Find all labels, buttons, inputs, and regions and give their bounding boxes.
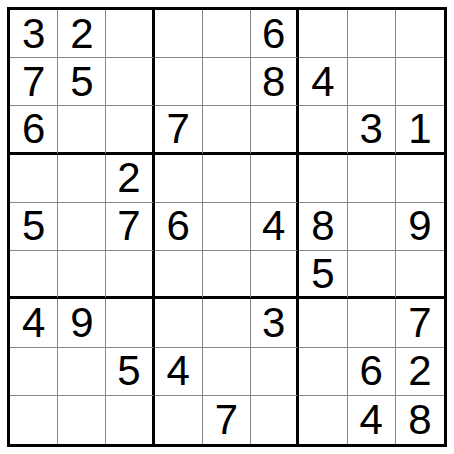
cell-r3c9-given[interactable]: 1 <box>396 106 444 154</box>
cell-r8c2-empty[interactable] <box>58 348 106 396</box>
cell-r7c9-given[interactable]: 7 <box>396 299 444 347</box>
cell-r6c3-empty[interactable] <box>106 251 154 299</box>
cell-r2c3-empty[interactable] <box>106 58 154 106</box>
cell-r8c7-empty[interactable] <box>299 348 347 396</box>
cell-r8c9-given[interactable]: 2 <box>396 348 444 396</box>
cell-r2c5-empty[interactable] <box>203 58 251 106</box>
cell-r7c3-empty[interactable] <box>106 299 154 347</box>
cell-r3c3-empty[interactable] <box>106 106 154 154</box>
cell-r1c8-empty[interactable] <box>348 10 396 58</box>
cell-r5c1-given[interactable]: 5 <box>10 203 58 251</box>
cell-r9c3-empty[interactable] <box>106 396 154 444</box>
cell-r2c8-empty[interactable] <box>348 58 396 106</box>
cell-r5c8-empty[interactable] <box>348 203 396 251</box>
cell-r6c4-empty[interactable] <box>155 251 203 299</box>
cell-r6c9-empty[interactable] <box>396 251 444 299</box>
cell-r1c3-empty[interactable] <box>106 10 154 58</box>
cell-r2c7-given[interactable]: 4 <box>299 58 347 106</box>
cell-r9c4-empty[interactable] <box>155 396 203 444</box>
cell-r3c6-empty[interactable] <box>251 106 299 154</box>
cell-r6c6-empty[interactable] <box>251 251 299 299</box>
cell-r2c1-given[interactable]: 7 <box>10 58 58 106</box>
cell-r2c4-empty[interactable] <box>155 58 203 106</box>
sudoku-board: 326758467312576489549375462748 <box>7 7 447 447</box>
cell-r1c7-empty[interactable] <box>299 10 347 58</box>
cell-r8c6-empty[interactable] <box>251 348 299 396</box>
cell-r2c2-given[interactable]: 5 <box>58 58 106 106</box>
cell-r3c2-empty[interactable] <box>58 106 106 154</box>
cell-r3c8-given[interactable]: 3 <box>348 106 396 154</box>
cell-r1c9-empty[interactable] <box>396 10 444 58</box>
cell-r1c1-given[interactable]: 3 <box>10 10 58 58</box>
cell-r3c4-given[interactable]: 7 <box>155 106 203 154</box>
cell-r3c7-empty[interactable] <box>299 106 347 154</box>
cell-r1c4-empty[interactable] <box>155 10 203 58</box>
cell-r4c8-empty[interactable] <box>348 155 396 203</box>
cell-r7c6-given[interactable]: 3 <box>251 299 299 347</box>
cell-r9c5-given[interactable]: 7 <box>203 396 251 444</box>
cell-r6c2-empty[interactable] <box>58 251 106 299</box>
cell-r4c6-empty[interactable] <box>251 155 299 203</box>
cell-r9c1-empty[interactable] <box>10 396 58 444</box>
cell-r4c4-empty[interactable] <box>155 155 203 203</box>
cell-r7c8-empty[interactable] <box>348 299 396 347</box>
cell-r4c5-empty[interactable] <box>203 155 251 203</box>
cell-r7c7-empty[interactable] <box>299 299 347 347</box>
cell-r6c8-empty[interactable] <box>348 251 396 299</box>
cell-r7c5-empty[interactable] <box>203 299 251 347</box>
cell-r8c5-empty[interactable] <box>203 348 251 396</box>
cell-r4c9-empty[interactable] <box>396 155 444 203</box>
cell-r5c2-empty[interactable] <box>58 203 106 251</box>
cell-r5c4-given[interactable]: 6 <box>155 203 203 251</box>
cell-r8c4-given[interactable]: 4 <box>155 348 203 396</box>
cell-r5c7-given[interactable]: 8 <box>299 203 347 251</box>
cell-r9c2-empty[interactable] <box>58 396 106 444</box>
cell-r3c5-empty[interactable] <box>203 106 251 154</box>
cell-r4c1-empty[interactable] <box>10 155 58 203</box>
cell-r3c1-given[interactable]: 6 <box>10 106 58 154</box>
cell-r5c6-given[interactable]: 4 <box>251 203 299 251</box>
cell-r4c3-given[interactable]: 2 <box>106 155 154 203</box>
cell-r7c4-empty[interactable] <box>155 299 203 347</box>
cell-r6c7-given[interactable]: 5 <box>299 251 347 299</box>
cell-r7c1-given[interactable]: 4 <box>10 299 58 347</box>
cell-r4c7-empty[interactable] <box>299 155 347 203</box>
cell-r8c1-empty[interactable] <box>10 348 58 396</box>
cell-r7c2-given[interactable]: 9 <box>58 299 106 347</box>
cell-r6c1-empty[interactable] <box>10 251 58 299</box>
cell-r9c9-given[interactable]: 8 <box>396 396 444 444</box>
sudoku-board-container: 326758467312576489549375462748 <box>7 7 447 447</box>
cell-r5c5-empty[interactable] <box>203 203 251 251</box>
cell-r5c9-given[interactable]: 9 <box>396 203 444 251</box>
cell-r2c9-empty[interactable] <box>396 58 444 106</box>
cell-r9c8-given[interactable]: 4 <box>348 396 396 444</box>
cell-r4c2-empty[interactable] <box>58 155 106 203</box>
cell-r1c5-empty[interactable] <box>203 10 251 58</box>
cell-r5c3-given[interactable]: 7 <box>106 203 154 251</box>
cell-r8c3-given[interactable]: 5 <box>106 348 154 396</box>
cell-r6c5-empty[interactable] <box>203 251 251 299</box>
cell-r8c8-given[interactable]: 6 <box>348 348 396 396</box>
cell-r2c6-given[interactable]: 8 <box>251 58 299 106</box>
cell-r1c6-given[interactable]: 6 <box>251 10 299 58</box>
cell-r1c2-given[interactable]: 2 <box>58 10 106 58</box>
cell-r9c7-empty[interactable] <box>299 396 347 444</box>
cell-r9c6-empty[interactable] <box>251 396 299 444</box>
